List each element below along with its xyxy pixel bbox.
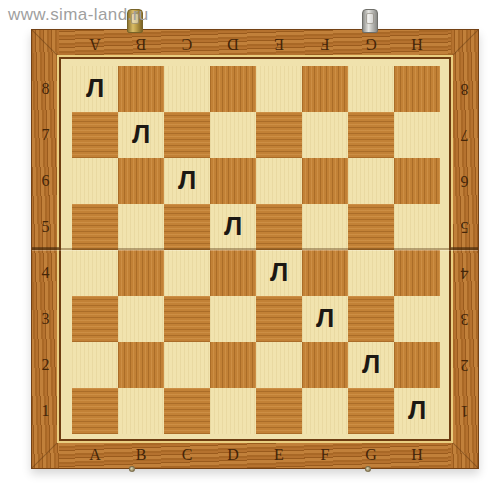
file-labels-top: ABCDEFGH — [72, 30, 440, 57]
square-e3 — [256, 296, 302, 342]
rank-label: 3 — [451, 296, 478, 342]
marker-letter: Л — [408, 397, 426, 423]
square-g1 — [348, 388, 394, 434]
square-h6 — [394, 158, 440, 204]
file-label: G — [348, 446, 394, 464]
square-e2 — [256, 342, 302, 388]
rank-label: 8 — [32, 66, 59, 112]
rank-label: 6 — [451, 158, 478, 204]
marker-letter: Л — [178, 167, 196, 193]
square-e1 — [256, 388, 302, 434]
marker-letter: Л — [224, 213, 242, 239]
square-b5 — [118, 204, 164, 250]
square-e4: Л — [256, 250, 302, 296]
rank-label: 2 — [32, 342, 59, 388]
rank-label: 5 — [451, 204, 478, 250]
square-c5 — [164, 204, 210, 250]
square-f2 — [302, 342, 348, 388]
rank-label: 4 — [451, 250, 478, 296]
chess-board: ЛЛЛЛЛЛЛЛ ABCDEFGH ABCDEFGH 87654321 8765… — [31, 29, 479, 469]
marker-letter: Л — [132, 121, 150, 147]
square-f3: Л — [302, 296, 348, 342]
square-g2: Л — [348, 342, 394, 388]
square-a2 — [72, 342, 118, 388]
file-label: D — [210, 446, 256, 464]
square-e5 — [256, 204, 302, 250]
square-e7 — [256, 112, 302, 158]
rank-label: 6 — [32, 158, 59, 204]
square-a4 — [72, 250, 118, 296]
square-b8 — [118, 66, 164, 112]
rank-label: 7 — [32, 112, 59, 158]
rank-label: 5 — [32, 204, 59, 250]
square-f8 — [302, 66, 348, 112]
square-f5 — [302, 204, 348, 250]
square-g7 — [348, 112, 394, 158]
file-label: H — [394, 35, 440, 53]
square-a3 — [72, 296, 118, 342]
fold-seam-edge — [32, 247, 59, 250]
square-c8 — [164, 66, 210, 112]
square-d2 — [210, 342, 256, 388]
square-f6 — [302, 158, 348, 204]
square-d7 — [210, 112, 256, 158]
file-label: D — [210, 35, 256, 53]
file-label: E — [256, 446, 302, 464]
square-g3 — [348, 296, 394, 342]
file-label: B — [118, 446, 164, 464]
square-h1: Л — [394, 388, 440, 434]
file-label: F — [302, 446, 348, 464]
rank-label: 2 — [451, 342, 478, 388]
frame-miter — [451, 441, 478, 468]
file-label: H — [394, 446, 440, 464]
square-c6: Л — [164, 158, 210, 204]
rank-label: 8 — [451, 66, 478, 112]
square-b1 — [118, 388, 164, 434]
square-f7 — [302, 112, 348, 158]
square-a5 — [72, 204, 118, 250]
square-b6 — [118, 158, 164, 204]
square-c3 — [164, 296, 210, 342]
square-h4 — [394, 250, 440, 296]
square-h8 — [394, 66, 440, 112]
rank-label: 7 — [451, 112, 478, 158]
square-c1 — [164, 388, 210, 434]
square-a6 — [72, 158, 118, 204]
square-a8: Л — [72, 66, 118, 112]
square-g8 — [348, 66, 394, 112]
file-label: F — [302, 35, 348, 53]
square-g5 — [348, 204, 394, 250]
rank-labels-right: 87654321 — [451, 66, 478, 434]
file-label: B — [118, 35, 164, 53]
square-a7 — [72, 112, 118, 158]
rank-label: 1 — [32, 388, 59, 434]
file-labels-bottom: ABCDEFGH — [72, 441, 440, 468]
rank-label: 3 — [32, 296, 59, 342]
square-f1 — [302, 388, 348, 434]
watermark: www.sima-land.ru — [8, 5, 149, 25]
square-e6 — [256, 158, 302, 204]
square-d4 — [210, 250, 256, 296]
marker-letter: Л — [362, 351, 380, 377]
square-h2 — [394, 342, 440, 388]
file-label: C — [164, 446, 210, 464]
square-d6 — [210, 158, 256, 204]
file-label: G — [348, 35, 394, 53]
square-d3 — [210, 296, 256, 342]
square-c7 — [164, 112, 210, 158]
rank-label: 1 — [451, 388, 478, 434]
square-d8 — [210, 66, 256, 112]
board-grid: ЛЛЛЛЛЛЛЛ — [72, 66, 440, 434]
marker-letter: Л — [270, 259, 288, 285]
square-b2 — [118, 342, 164, 388]
square-a1 — [72, 388, 118, 434]
frame-miter — [32, 441, 59, 468]
square-h5 — [394, 204, 440, 250]
square-b4 — [118, 250, 164, 296]
file-label: C — [164, 35, 210, 53]
square-c4 — [164, 250, 210, 296]
square-h7 — [394, 112, 440, 158]
square-d5: Л — [210, 204, 256, 250]
marker-letter: Л — [316, 305, 334, 331]
square-g6 — [348, 158, 394, 204]
square-d1 — [210, 388, 256, 434]
marker-letter: Л — [86, 75, 104, 101]
frame-miter — [451, 30, 478, 57]
square-b7: Л — [118, 112, 164, 158]
square-f4 — [302, 250, 348, 296]
rank-labels-left: 87654321 — [32, 66, 59, 434]
file-label: A — [72, 446, 118, 464]
rank-label: 4 — [32, 250, 59, 296]
fold-seam-edge — [451, 247, 478, 250]
square-h3 — [394, 296, 440, 342]
frame-miter — [32, 30, 59, 57]
square-g4 — [348, 250, 394, 296]
square-c2 — [164, 342, 210, 388]
file-label: A — [72, 35, 118, 53]
square-e8 — [256, 66, 302, 112]
file-label: E — [256, 35, 302, 53]
square-b3 — [118, 296, 164, 342]
fold-seam — [32, 248, 478, 250]
